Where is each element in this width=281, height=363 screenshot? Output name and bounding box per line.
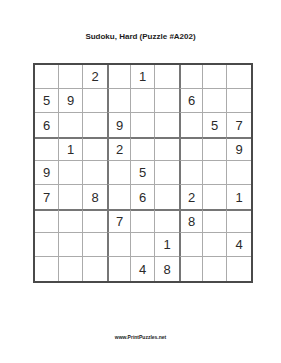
cell-r8c5[interactable] <box>131 233 155 257</box>
cell-r5c6[interactable] <box>155 161 179 185</box>
cell-r8c6[interactable]: 1 <box>155 233 179 257</box>
cell-r7c8[interactable] <box>203 209 227 233</box>
cell-r6c8[interactable] <box>203 185 227 209</box>
cell-r6c6[interactable] <box>155 185 179 209</box>
cell-r5c3[interactable] <box>83 161 107 185</box>
cell-r3c1[interactable]: 6 <box>35 113 59 137</box>
cell-r4c7[interactable] <box>179 137 203 161</box>
cell-r4c2[interactable]: 1 <box>59 137 83 161</box>
cell-r8c3[interactable] <box>83 233 107 257</box>
cell-r1c4[interactable] <box>107 65 131 89</box>
cell-r5c2[interactable] <box>59 161 83 185</box>
cell-r2c2[interactable]: 9 <box>59 89 83 113</box>
cell-r9c7[interactable] <box>179 257 203 281</box>
cell-r4c4[interactable]: 2 <box>107 137 131 161</box>
page-title: Sudoku, Hard (Puzzle #A202) <box>0 32 281 41</box>
cell-r9c6[interactable]: 8 <box>155 257 179 281</box>
cell-r3c7[interactable] <box>179 113 203 137</box>
cell-r9c9[interactable] <box>227 257 251 281</box>
cell-r7c6[interactable] <box>155 209 179 233</box>
cell-r9c8[interactable] <box>203 257 227 281</box>
cell-r6c9[interactable]: 1 <box>227 185 251 209</box>
cell-r2c8[interactable] <box>203 89 227 113</box>
cell-r7c1[interactable] <box>35 209 59 233</box>
cell-r3c5[interactable] <box>131 113 155 137</box>
cell-r6c2[interactable] <box>59 185 83 209</box>
cell-r3c6[interactable] <box>155 113 179 137</box>
cell-r2c4[interactable] <box>107 89 131 113</box>
cell-r8c1[interactable] <box>35 233 59 257</box>
cell-r2c9[interactable] <box>227 89 251 113</box>
cell-r2c5[interactable] <box>131 89 155 113</box>
cell-r4c9[interactable]: 9 <box>227 137 251 161</box>
cell-r1c7[interactable] <box>179 65 203 89</box>
cell-r1c9[interactable] <box>227 65 251 89</box>
cell-r7c2[interactable] <box>59 209 83 233</box>
cell-r4c5[interactable] <box>131 137 155 161</box>
cell-r8c4[interactable] <box>107 233 131 257</box>
cell-r1c2[interactable] <box>59 65 83 89</box>
cell-r7c5[interactable] <box>131 209 155 233</box>
cell-r3c2[interactable] <box>59 113 83 137</box>
cell-r6c5[interactable]: 6 <box>131 185 155 209</box>
cell-r1c1[interactable] <box>35 65 59 89</box>
cell-r4c1[interactable] <box>35 137 59 161</box>
cell-r8c2[interactable] <box>59 233 83 257</box>
cell-r8c8[interactable] <box>203 233 227 257</box>
cell-r4c8[interactable] <box>203 137 227 161</box>
cell-r2c7[interactable]: 6 <box>179 89 203 113</box>
cell-r2c6[interactable] <box>155 89 179 113</box>
cell-r5c7[interactable] <box>179 161 203 185</box>
cell-r3c9[interactable]: 7 <box>227 113 251 137</box>
cell-r7c3[interactable] <box>83 209 107 233</box>
cell-r1c6[interactable] <box>155 65 179 89</box>
cell-r9c4[interactable] <box>107 257 131 281</box>
cell-r3c3[interactable] <box>83 113 107 137</box>
cell-r1c3[interactable]: 2 <box>83 65 107 89</box>
cell-r3c8[interactable]: 5 <box>203 113 227 137</box>
cell-r7c7[interactable]: 8 <box>179 209 203 233</box>
cell-r9c2[interactable] <box>59 257 83 281</box>
cell-r6c3[interactable]: 8 <box>83 185 107 209</box>
cell-r8c9[interactable]: 4 <box>227 233 251 257</box>
cell-r5c8[interactable] <box>203 161 227 185</box>
sudoku-grid: 2159669571299578621781448 <box>33 63 253 283</box>
cell-r9c1[interactable] <box>35 257 59 281</box>
cell-r5c5[interactable]: 5 <box>131 161 155 185</box>
cell-r7c4[interactable]: 7 <box>107 209 131 233</box>
cell-r2c3[interactable] <box>83 89 107 113</box>
cell-r1c8[interactable] <box>203 65 227 89</box>
cell-r4c3[interactable] <box>83 137 107 161</box>
cell-r2c1[interactable]: 5 <box>35 89 59 113</box>
cell-r8c7[interactable] <box>179 233 203 257</box>
cell-r1c5[interactable]: 1 <box>131 65 155 89</box>
cell-r9c3[interactable] <box>83 257 107 281</box>
cell-r9c5[interactable]: 4 <box>131 257 155 281</box>
cell-r3c4[interactable]: 9 <box>107 113 131 137</box>
cell-r5c1[interactable]: 9 <box>35 161 59 185</box>
footer-url: www.PrintPuzzles.net <box>0 334 281 340</box>
cell-r5c4[interactable] <box>107 161 131 185</box>
cell-r7c9[interactable] <box>227 209 251 233</box>
cell-r6c7[interactable]: 2 <box>179 185 203 209</box>
puzzle-page: Sudoku, Hard (Puzzle #A202) 215966957129… <box>0 0 281 363</box>
cell-r6c1[interactable]: 7 <box>35 185 59 209</box>
cell-r6c4[interactable] <box>107 185 131 209</box>
cell-r4c6[interactable] <box>155 137 179 161</box>
cell-r5c9[interactable] <box>227 161 251 185</box>
